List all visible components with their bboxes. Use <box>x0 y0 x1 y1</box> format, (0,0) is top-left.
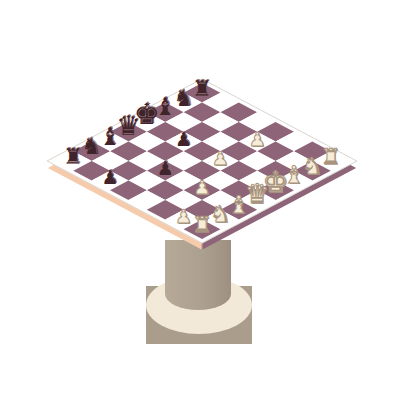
table-pedestal-column <box>165 240 231 310</box>
chess-board <box>46 79 357 244</box>
board-squares <box>55 83 349 239</box>
chessboard-illustration: ♜♞♝♛♚♝♞♜♟♟♟♟♟♟♟♜♞♝♛♚♝♞♜ <box>0 0 400 400</box>
